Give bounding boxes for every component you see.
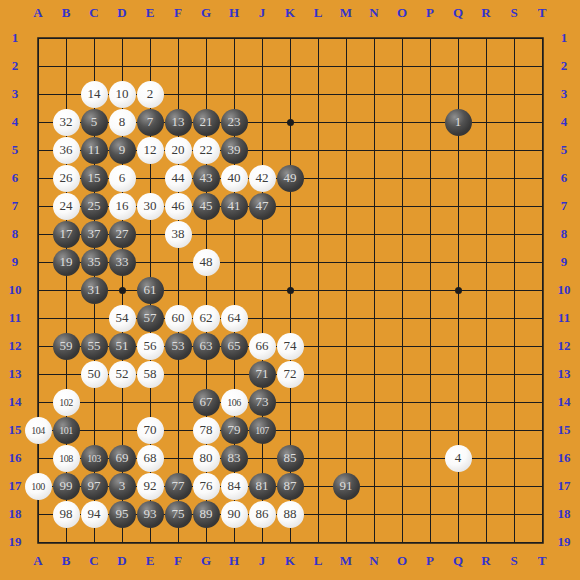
star-point-k4: [287, 119, 294, 126]
column-label-bottom-k: K: [276, 553, 304, 569]
row-label-left-3: 3: [1, 86, 29, 102]
stone-white-56-e12: 56: [137, 333, 164, 360]
column-label-bottom-m: M: [332, 553, 360, 569]
row-label-left-13: 13: [1, 366, 29, 382]
row-label-left-6: 6: [1, 170, 29, 186]
stone-white-48-g9: 48: [193, 249, 220, 276]
column-label-top-o: O: [388, 5, 416, 21]
stone-black-13-f4: 13: [165, 109, 192, 136]
column-label-top-q: Q: [444, 5, 472, 21]
row-label-left-5: 5: [1, 142, 29, 158]
column-label-top-m: M: [332, 5, 360, 21]
row-label-right-17: 17: [550, 478, 578, 494]
column-label-bottom-d: D: [108, 553, 136, 569]
stone-white-90-h18: 90: [221, 501, 248, 528]
column-label-top-h: H: [220, 5, 248, 21]
stone-white-46-f7: 46: [165, 193, 192, 220]
row-label-right-10: 10: [550, 282, 578, 298]
row-label-right-4: 4: [550, 114, 578, 130]
column-label-bottom-j: J: [248, 553, 276, 569]
stone-black-55-c12: 55: [81, 333, 108, 360]
row-label-right-9: 9: [550, 254, 578, 270]
column-label-top-g: G: [192, 5, 220, 21]
stone-black-73-j14: 73: [249, 389, 276, 416]
stone-white-12-e5: 12: [137, 137, 164, 164]
row-label-right-7: 7: [550, 198, 578, 214]
column-label-top-d: D: [108, 5, 136, 21]
stone-black-77-f17: 77: [165, 473, 192, 500]
stone-black-99-b17: 99: [53, 473, 80, 500]
column-label-bottom-t: T: [528, 553, 556, 569]
row-label-left-19: 19: [1, 534, 29, 550]
stone-white-44-f6: 44: [165, 165, 192, 192]
stone-black-45-g7: 45: [193, 193, 220, 220]
column-label-top-n: N: [360, 5, 388, 21]
stone-white-36-b5: 36: [53, 137, 80, 164]
go-diagram: AABBCCDDEEFFGGHHJJKKLLMMNNOOPPQQRRSSTT11…: [0, 0, 580, 580]
stone-white-14-c3: 14: [81, 81, 108, 108]
column-label-top-l: L: [304, 5, 332, 21]
stone-black-53-f12: 53: [165, 333, 192, 360]
stone-black-83-h16: 83: [221, 445, 248, 472]
stone-black-9-d5: 9: [109, 137, 136, 164]
stone-black-3-d17: 3: [109, 473, 136, 500]
column-label-bottom-g: G: [192, 553, 220, 569]
row-label-left-16: 16: [1, 450, 29, 466]
stone-black-67-g14: 67: [193, 389, 220, 416]
stone-black-75-f18: 75: [165, 501, 192, 528]
stone-white-22-g5: 22: [193, 137, 220, 164]
row-label-left-4: 4: [1, 114, 29, 130]
row-label-right-8: 8: [550, 226, 578, 242]
column-label-top-b: B: [52, 5, 80, 21]
stone-black-91-m17: 91: [333, 473, 360, 500]
row-label-right-15: 15: [550, 422, 578, 438]
stone-white-92-e17: 92: [137, 473, 164, 500]
stone-white-64-h11: 64: [221, 305, 248, 332]
stone-white-86-j18: 86: [249, 501, 276, 528]
row-label-right-3: 3: [550, 86, 578, 102]
stone-black-103-c16: 103: [81, 445, 108, 472]
row-label-left-18: 18: [1, 506, 29, 522]
stone-white-102-b14: 102: [53, 389, 80, 416]
stone-white-6-d6: 6: [109, 165, 136, 192]
stone-white-16-d7: 16: [109, 193, 136, 220]
column-label-bottom-s: S: [500, 553, 528, 569]
stone-white-8-d4: 8: [109, 109, 136, 136]
row-label-right-12: 12: [550, 338, 578, 354]
row-label-right-11: 11: [550, 310, 578, 326]
column-label-top-f: F: [164, 5, 192, 21]
row-label-right-16: 16: [550, 450, 578, 466]
stone-black-21-g4: 21: [193, 109, 220, 136]
stone-black-85-k16: 85: [277, 445, 304, 472]
stone-black-49-k6: 49: [277, 165, 304, 192]
stone-black-19-b9: 19: [53, 249, 80, 276]
stone-white-106-h14: 106: [221, 389, 248, 416]
stone-white-54-d11: 54: [109, 305, 136, 332]
stone-white-2-e3: 2: [137, 81, 164, 108]
stone-white-50-c13: 50: [81, 361, 108, 388]
column-label-bottom-h: H: [220, 553, 248, 569]
stone-black-33-d9: 33: [109, 249, 136, 276]
row-label-left-2: 2: [1, 58, 29, 74]
stone-white-80-g16: 80: [193, 445, 220, 472]
stone-black-95-d18: 95: [109, 501, 136, 528]
stone-white-78-g15: 78: [193, 417, 220, 444]
stone-black-63-g12: 63: [193, 333, 220, 360]
stone-black-51-d12: 51: [109, 333, 136, 360]
stone-black-57-e11: 57: [137, 305, 164, 332]
column-label-bottom-l: L: [304, 553, 332, 569]
row-label-left-8: 8: [1, 226, 29, 242]
column-label-bottom-f: F: [164, 553, 192, 569]
row-label-left-7: 7: [1, 198, 29, 214]
stone-black-31-c10: 31: [81, 277, 108, 304]
row-label-left-14: 14: [1, 394, 29, 410]
stone-black-107-j15: 107: [249, 417, 276, 444]
row-label-right-6: 6: [550, 170, 578, 186]
column-label-top-t: T: [528, 5, 556, 21]
stone-white-20-f5: 20: [165, 137, 192, 164]
stone-black-87-k17: 87: [277, 473, 304, 500]
column-label-bottom-c: C: [80, 553, 108, 569]
stone-black-11-c5: 11: [81, 137, 108, 164]
stone-black-39-h5: 39: [221, 137, 248, 164]
stone-white-100-a17: 100: [25, 473, 52, 500]
stone-black-27-d8: 27: [109, 221, 136, 248]
column-label-top-a: A: [24, 5, 52, 21]
stone-black-59-b12: 59: [53, 333, 80, 360]
stone-black-71-j13: 71: [249, 361, 276, 388]
column-label-top-p: P: [416, 5, 444, 21]
stone-white-42-j6: 42: [249, 165, 276, 192]
stone-black-93-e18: 93: [137, 501, 164, 528]
column-label-bottom-q: Q: [444, 553, 472, 569]
row-label-left-12: 12: [1, 338, 29, 354]
stone-white-68-e16: 68: [137, 445, 164, 472]
stone-white-38-f8: 38: [165, 221, 192, 248]
stone-black-7-e4: 7: [137, 109, 164, 136]
column-label-bottom-b: B: [52, 553, 80, 569]
stone-black-97-c17: 97: [81, 473, 108, 500]
stone-white-30-e7: 30: [137, 193, 164, 220]
row-label-right-14: 14: [550, 394, 578, 410]
star-point-d10: [119, 287, 126, 294]
stone-white-4-q16: 4: [445, 445, 472, 472]
column-label-top-k: K: [276, 5, 304, 21]
stone-white-74-k12: 74: [277, 333, 304, 360]
stone-white-66-j12: 66: [249, 333, 276, 360]
stone-black-79-h15: 79: [221, 417, 248, 444]
row-label-left-10: 10: [1, 282, 29, 298]
stone-black-61-e10: 61: [137, 277, 164, 304]
column-label-top-j: J: [248, 5, 276, 21]
go-board[interactable]: AABBCCDDEEFFGGHHJJKKLLMMNNOOPPQQRRSSTT11…: [0, 0, 580, 580]
stone-black-101-b15: 101: [53, 417, 80, 444]
stone-black-15-c6: 15: [81, 165, 108, 192]
stone-black-17-b8: 17: [53, 221, 80, 248]
stone-black-35-c9: 35: [81, 249, 108, 276]
row-label-left-11: 11: [1, 310, 29, 326]
stone-white-94-c18: 94: [81, 501, 108, 528]
column-label-bottom-o: O: [388, 553, 416, 569]
stone-white-62-g11: 62: [193, 305, 220, 332]
stone-white-40-h6: 40: [221, 165, 248, 192]
row-label-left-9: 9: [1, 254, 29, 270]
column-label-bottom-n: N: [360, 553, 388, 569]
stone-black-89-g18: 89: [193, 501, 220, 528]
column-label-top-e: E: [136, 5, 164, 21]
stone-white-98-b18: 98: [53, 501, 80, 528]
stone-white-104-a15: 104: [25, 417, 52, 444]
stone-black-1-q4: 1: [445, 109, 472, 136]
stone-white-52-d13: 52: [109, 361, 136, 388]
column-label-bottom-a: A: [24, 553, 52, 569]
stone-black-37-c8: 37: [81, 221, 108, 248]
star-point-k10: [287, 287, 294, 294]
star-point-q10: [455, 287, 462, 294]
row-label-right-2: 2: [550, 58, 578, 74]
stone-white-60-f11: 60: [165, 305, 192, 332]
row-label-left-1: 1: [1, 30, 29, 46]
stone-black-43-g6: 43: [193, 165, 220, 192]
stone-white-24-b7: 24: [53, 193, 80, 220]
stone-black-5-c4: 5: [81, 109, 108, 136]
stone-black-41-h7: 41: [221, 193, 248, 220]
stone-white-108-b16: 108: [53, 445, 80, 472]
row-label-right-18: 18: [550, 506, 578, 522]
stone-black-47-j7: 47: [249, 193, 276, 220]
row-label-right-1: 1: [550, 30, 578, 46]
stone-white-10-d3: 10: [109, 81, 136, 108]
column-label-top-s: S: [500, 5, 528, 21]
row-label-right-19: 19: [550, 534, 578, 550]
stone-black-23-h4: 23: [221, 109, 248, 136]
stone-white-76-g17: 76: [193, 473, 220, 500]
stone-white-88-k18: 88: [277, 501, 304, 528]
stone-black-81-j17: 81: [249, 473, 276, 500]
row-label-right-13: 13: [550, 366, 578, 382]
column-label-top-r: R: [472, 5, 500, 21]
column-label-top-c: C: [80, 5, 108, 21]
column-label-bottom-r: R: [472, 553, 500, 569]
stone-white-84-h17: 84: [221, 473, 248, 500]
stone-white-26-b6: 26: [53, 165, 80, 192]
stone-black-65-h12: 65: [221, 333, 248, 360]
stone-white-72-k13: 72: [277, 361, 304, 388]
row-label-right-5: 5: [550, 142, 578, 158]
stone-white-32-b4: 32: [53, 109, 80, 136]
column-label-bottom-p: P: [416, 553, 444, 569]
column-label-bottom-e: E: [136, 553, 164, 569]
stone-white-70-e15: 70: [137, 417, 164, 444]
stone-black-69-d16: 69: [109, 445, 136, 472]
stone-black-25-c7: 25: [81, 193, 108, 220]
stone-white-58-e13: 58: [137, 361, 164, 388]
